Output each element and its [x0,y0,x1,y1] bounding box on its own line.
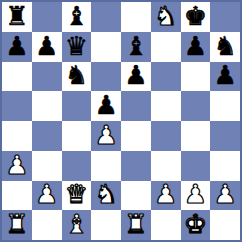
square-c7[interactable]: ♛ [62,32,92,62]
piece-black-bishop: ♝ [65,3,88,29]
square-c8[interactable]: ♝ [62,2,92,32]
piece-white-pawn: ♟ [213,181,236,207]
square-c4[interactable] [62,121,92,151]
square-a7[interactable]: ♟ [2,32,32,62]
square-a6[interactable] [2,62,32,92]
piece-black-bishop: ♝ [124,33,147,59]
square-a1[interactable]: ♜ [2,210,32,240]
square-a8[interactable]: ♜ [2,2,32,32]
square-h2[interactable]: ♟ [210,181,240,211]
square-h1[interactable] [210,210,240,240]
square-d2[interactable]: ♞ [91,181,121,211]
piece-black-knight: ♞ [213,33,236,59]
piece-black-knight: ♞ [65,62,88,88]
chess-board-grid: ♜♝♞♚♟♟♛♝♟♞♞♟♟♟♟♟♟♛♞♟♟♟♜♝♜♚ [2,2,240,240]
piece-white-queen: ♛ [65,181,88,207]
square-h3[interactable] [210,151,240,181]
square-b7[interactable]: ♟ [32,32,62,62]
square-b8[interactable] [32,2,62,32]
square-e5[interactable] [121,91,151,121]
piece-black-pawn: ♟ [94,92,117,118]
square-g5[interactable] [181,91,211,121]
piece-black-pawn: ♟ [184,33,207,59]
square-f5[interactable] [151,91,181,121]
chess-board: ♜♝♞♚♟♟♛♝♟♞♞♟♟♟♟♟♟♛♞♟♟♟♜♝♜♚ [0,0,242,242]
square-c2[interactable]: ♛ [62,181,92,211]
square-e8[interactable] [121,2,151,32]
square-e7[interactable]: ♝ [121,32,151,62]
piece-black-queen: ♛ [65,33,88,59]
square-b1[interactable] [32,210,62,240]
square-g7[interactable]: ♟ [181,32,211,62]
square-d7[interactable] [91,32,121,62]
square-a5[interactable] [2,91,32,121]
square-h8[interactable] [210,2,240,32]
square-f1[interactable] [151,210,181,240]
square-c3[interactable] [62,151,92,181]
piece-white-rook: ♜ [124,211,147,237]
square-d3[interactable] [91,151,121,181]
square-g6[interactable] [181,62,211,92]
square-b4[interactable] [32,121,62,151]
square-h6[interactable]: ♟ [210,62,240,92]
piece-black-pawn: ♟ [5,33,28,59]
square-e6[interactable]: ♟ [121,62,151,92]
piece-black-rook: ♜ [5,3,28,29]
square-b2[interactable]: ♟ [32,181,62,211]
square-f7[interactable] [151,32,181,62]
square-c5[interactable] [62,91,92,121]
square-a4[interactable] [2,121,32,151]
square-d8[interactable] [91,2,121,32]
square-h4[interactable] [210,121,240,151]
square-g2[interactable]: ♟ [181,181,211,211]
square-f4[interactable] [151,121,181,151]
square-c1[interactable]: ♝ [62,210,92,240]
piece-white-knight: ♞ [94,181,117,207]
piece-white-pawn: ♟ [5,152,28,178]
square-b6[interactable] [32,62,62,92]
square-f6[interactable] [151,62,181,92]
square-c6[interactable]: ♞ [62,62,92,92]
square-b5[interactable] [32,91,62,121]
square-g3[interactable] [181,151,211,181]
piece-white-bishop: ♝ [65,211,88,237]
square-h5[interactable] [210,91,240,121]
square-f8[interactable]: ♞ [151,2,181,32]
piece-black-pawn: ♟ [213,62,236,88]
square-d6[interactable] [91,62,121,92]
piece-black-pawn: ♟ [35,33,58,59]
piece-white-pawn: ♟ [154,181,177,207]
piece-white-pawn: ♟ [35,181,58,207]
square-f3[interactable] [151,151,181,181]
square-g4[interactable] [181,121,211,151]
square-a2[interactable] [2,181,32,211]
square-e4[interactable] [121,121,151,151]
square-e2[interactable] [121,181,151,211]
square-h7[interactable]: ♞ [210,32,240,62]
piece-white-knight: ♞ [154,3,177,29]
square-d5[interactable]: ♟ [91,91,121,121]
square-e1[interactable]: ♜ [121,210,151,240]
piece-white-pawn: ♟ [94,122,117,148]
square-d1[interactable] [91,210,121,240]
square-b3[interactable] [32,151,62,181]
square-g1[interactable]: ♚ [181,210,211,240]
piece-black-pawn: ♟ [124,62,147,88]
square-e3[interactable] [121,151,151,181]
piece-white-rook: ♜ [5,211,28,237]
square-f2[interactable]: ♟ [151,181,181,211]
piece-black-king: ♚ [184,3,207,29]
square-a3[interactable]: ♟ [2,151,32,181]
square-d4[interactable]: ♟ [91,121,121,151]
piece-white-king: ♚ [184,211,207,237]
square-g8[interactable]: ♚ [181,2,211,32]
piece-white-pawn: ♟ [184,181,207,207]
